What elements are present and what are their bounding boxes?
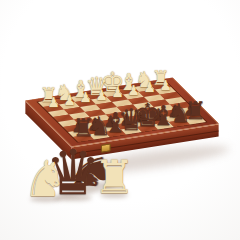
- piece-white-pawn-b2: ♟: [63, 94, 75, 108]
- piece-white-pawn-e2: ♟: [111, 86, 123, 100]
- loose-piece-white-knight-standing: ♞: [23, 154, 68, 204]
- piece-white-pawn-d2: ♟: [95, 89, 107, 103]
- piece-white-pawn-g2: ♟: [143, 81, 155, 95]
- piece-white-pawn-a2: ♟: [47, 96, 59, 110]
- piece-white-pawn-f2: ♟: [127, 84, 139, 98]
- piece-white-pawn-h2: ♟: [159, 79, 171, 93]
- piece-white-pawn-c2: ♟: [79, 91, 91, 105]
- product-photo-scene: ♜♞♝♛♚♝♞♜♟♟♟♟♟♟♟♟♟♟♟♟♟♟♟♟♜♞♝♛♚♝♞♜ ♞♛♞♜: [0, 0, 240, 240]
